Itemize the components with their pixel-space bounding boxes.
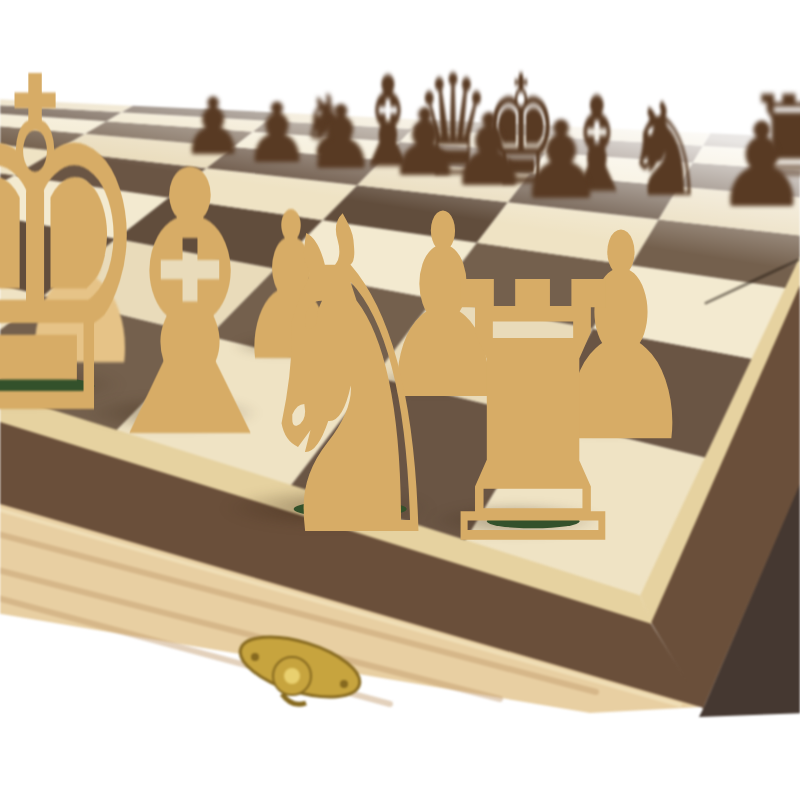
white-king-e1: ♚	[0, 20, 153, 480]
chess-set-photo: ♟♟♟♟♟♟♟♞♝♛♚♝♞♜♟♟♟♟♚♝♞♜	[0, 0, 800, 800]
black-pawn-h7: ♟	[715, 107, 800, 224]
latch-knob-highlight	[284, 668, 300, 684]
latch-screw-left	[251, 653, 259, 661]
latch-screw-right	[340, 680, 348, 688]
white-rook-h1: ♜	[418, 237, 648, 594]
